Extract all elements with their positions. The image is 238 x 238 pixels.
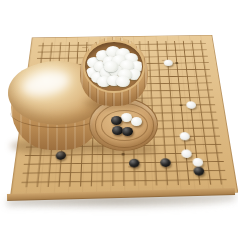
intersection-15-18[interactable] [140, 176, 151, 185]
intersection-14-17[interactable] [119, 167, 130, 176]
black-stone-R2 [193, 166, 205, 175]
intersection-13-18[interactable] [119, 177, 130, 186]
black-stone-L3 [129, 158, 140, 167]
intersection-18-17[interactable] [161, 167, 172, 176]
intersection-17-17[interactable] [150, 167, 161, 176]
bowl-white-stone [116, 76, 130, 87]
intersection-8-18[interactable] [64, 177, 75, 186]
intersection-10-18[interactable] [86, 177, 97, 186]
star-point-16-4 [175, 62, 178, 64]
intersection-9-17[interactable] [65, 168, 76, 177]
black-stone-O3 [160, 158, 171, 167]
intersection-18-18[interactable] [172, 176, 184, 185]
star-point-16-10 [180, 104, 183, 106]
intersection-17-18[interactable] [162, 176, 173, 185]
tray-black-stone [122, 127, 133, 136]
intersection-8-10[interactable] [157, 102, 167, 110]
intersection-11-18[interactable] [97, 177, 108, 186]
intersection-7-17[interactable] [44, 168, 55, 177]
intersection-3-16[interactable] [160, 149, 171, 158]
intersection-5-15[interactable] [159, 141, 170, 150]
intersection-12-16[interactable] [66, 159, 77, 168]
intersection-11-17[interactable] [86, 168, 97, 177]
intersection-7-18[interactable] [54, 177, 65, 186]
intersection-19-16[interactable] [150, 158, 161, 167]
intersection-4-16[interactable] [170, 149, 181, 158]
intersection-10-14[interactable] [209, 132, 220, 140]
intersection-15-17[interactable] [129, 167, 140, 176]
intersection-7-14[interactable] [169, 133, 180, 141]
intersection-11-10[interactable] [205, 101, 216, 109]
white-stone-heap [86, 43, 142, 90]
tray-black-stone [111, 116, 122, 125]
intersection-3-19[interactable] [215, 175, 227, 184]
intersection-12-17[interactable] [97, 168, 108, 177]
intersection-11-16[interactable] [55, 159, 66, 168]
intersection-9-10[interactable] [166, 102, 176, 110]
intersection-11-13[interactable] [208, 124, 219, 132]
intersection-14-18[interactable] [129, 176, 140, 185]
intersection-3-18[interactable] [214, 166, 226, 175]
intersection-16-16[interactable] [108, 159, 119, 168]
white-stone-bowl [80, 37, 148, 106]
intersection-6-14[interactable] [159, 133, 170, 141]
intersection-13-17[interactable] [108, 168, 119, 177]
intersection-18-16[interactable] [139, 158, 150, 167]
intersection-10-16[interactable] [44, 160, 55, 169]
intersection-1-18[interactable] [182, 167, 194, 176]
intersection-10-15[interactable] [210, 140, 221, 149]
intersection-8-17[interactable] [54, 168, 65, 177]
intersection-14-16[interactable] [87, 159, 98, 168]
intersection-6-18[interactable] [43, 178, 55, 187]
tray-white-stone [131, 117, 142, 126]
white-stone-P16 [163, 60, 173, 67]
intersection-2-17[interactable] [181, 158, 192, 167]
intersection-7-16[interactable] [212, 149, 224, 158]
intersection-11-12[interactable] [207, 116, 218, 124]
intersection-15-16[interactable] [97, 159, 108, 168]
intersection-9-18[interactable] [75, 177, 86, 186]
white-stone-R3 [192, 158, 203, 167]
intersection-6-12[interactable] [158, 117, 168, 125]
intersection-6-13[interactable] [158, 125, 169, 133]
go-set-product-photo [0, 0, 238, 238]
white-stone-Q6 [179, 132, 190, 140]
intersection-15-9[interactable] [204, 94, 215, 101]
intersection-10-17[interactable] [76, 168, 87, 177]
intersection-16-17[interactable] [140, 167, 151, 176]
intersection-13-16[interactable] [76, 159, 87, 168]
intersection-16-18[interactable] [151, 176, 162, 185]
intersection-11-11[interactable] [206, 108, 217, 116]
white-stone-R10 [186, 101, 196, 109]
intersection-12-18[interactable] [108, 177, 119, 186]
white-stone-Q4 [181, 149, 192, 158]
intersection-6-11[interactable] [157, 109, 167, 117]
intersection-17-16[interactable] [118, 159, 129, 168]
intersection-4-17[interactable] [213, 157, 225, 166]
